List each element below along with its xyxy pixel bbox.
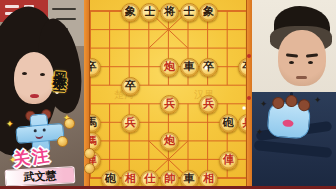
board-frame-left <box>84 0 90 189</box>
streamer-lips <box>30 94 39 98</box>
sparkle-icon: ✦ <box>314 96 322 105</box>
piece-black-車: 車 <box>180 58 199 77</box>
piece-black-象: 象 <box>199 3 218 22</box>
bottom-edge-strip <box>0 186 336 189</box>
piece-black-士: 士 <box>140 3 159 22</box>
sparkle-icon: ✦ <box>6 120 14 129</box>
board-frame-right <box>246 0 252 189</box>
piece-black-士: 士 <box>180 3 199 22</box>
frame-dot-icon <box>247 96 251 100</box>
piece-red-炮: 炮 <box>160 58 179 77</box>
streamer-name-banner: 武文慧 <box>5 166 76 187</box>
video-thumbnail: 黑方砍士 关注 武文慧 ✦ ✦ ✦ <box>0 0 336 189</box>
piece-black-将: 将 <box>160 3 179 22</box>
player-video-panel: 点赞 王天一 ✦ ✦ ✦ <box>252 0 336 189</box>
sparkle-icon: ✦ <box>256 128 264 137</box>
sparkle-icon: ✦ <box>260 100 268 109</box>
streamer-eye <box>40 73 45 76</box>
player-mouth <box>296 76 307 79</box>
streamer-video-panel: 黑方砍士 关注 武文慧 ✦ ✦ ✦ <box>0 0 84 189</box>
piece-black-象: 象 <box>121 3 140 22</box>
sparkle-icon: ✦ <box>9 156 17 165</box>
frame-dot-icon <box>247 54 251 58</box>
glint-icon <box>204 66 208 70</box>
frame-coin-icon <box>84 148 95 159</box>
piece-black-卒: 卒 <box>121 77 140 96</box>
frame-coin-icon <box>84 163 95 174</box>
xiangqi-board: 楚河 汉界 象士将士象卒炮車卒卒卒兵兵馬兵砲兵傌炮俥俥砲相仕帥車相 <box>84 0 252 189</box>
player-eye <box>308 61 313 64</box>
piece-red-俥: 俥 <box>219 151 238 170</box>
piece-red-兵: 兵 <box>121 114 140 133</box>
coin-icon <box>64 118 75 129</box>
thumbs-up-mascot <box>266 96 313 140</box>
piece-black-砲: 砲 <box>219 114 238 133</box>
player-eye <box>289 61 294 64</box>
coin-icon <box>57 136 68 147</box>
streamer-eye <box>22 72 27 75</box>
